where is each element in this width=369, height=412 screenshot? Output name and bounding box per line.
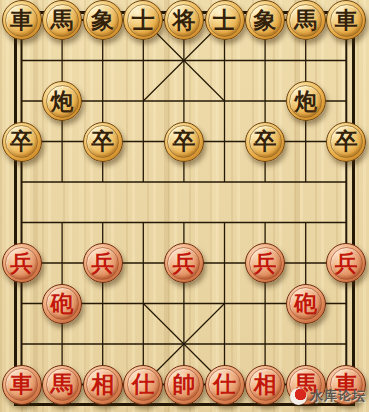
piece-glyph: 相 — [254, 373, 277, 396]
piece-glyph: 仕 — [213, 373, 236, 396]
pieces-layer: 車馬象士将士象馬車炮炮卒卒卒卒卒兵兵兵兵兵砲砲車馬相仕帥仕相馬車 — [0, 0, 369, 412]
forum-logo-icon — [290, 388, 307, 405]
piece-red-cannon[interactable]: 砲 — [286, 284, 326, 324]
piece-black-advisor[interactable]: 士 — [205, 0, 245, 40]
piece-glyph: 砲 — [294, 292, 317, 315]
piece-black-general[interactable]: 将 — [164, 0, 204, 40]
piece-glyph: 兵 — [91, 251, 114, 274]
piece-glyph: 兵 — [254, 251, 277, 274]
piece-black-horse[interactable]: 馬 — [42, 0, 82, 40]
piece-red-elephant[interactable]: 相 — [83, 365, 123, 405]
piece-glyph: 砲 — [51, 292, 74, 315]
piece-black-soldier[interactable]: 卒 — [83, 122, 123, 162]
piece-glyph: 炮 — [51, 89, 74, 112]
piece-glyph: 車 — [10, 373, 33, 396]
piece-black-elephant[interactable]: 象 — [245, 0, 285, 40]
piece-glyph: 士 — [132, 8, 155, 31]
piece-black-soldier[interactable]: 卒 — [2, 122, 42, 162]
piece-glyph: 卒 — [335, 130, 358, 153]
piece-black-cannon[interactable]: 炮 — [286, 81, 326, 121]
piece-glyph: 兵 — [10, 251, 33, 274]
watermark: 水库论坛 — [290, 387, 366, 405]
piece-black-soldier[interactable]: 卒 — [164, 122, 204, 162]
piece-black-horse[interactable]: 馬 — [286, 0, 326, 40]
piece-red-horse[interactable]: 馬 — [42, 365, 82, 405]
piece-glyph: 馬 — [51, 8, 74, 31]
piece-glyph: 士 — [213, 8, 236, 31]
piece-red-chariot[interactable]: 車 — [2, 365, 42, 405]
piece-red-soldier[interactable]: 兵 — [245, 243, 285, 283]
piece-black-soldier[interactable]: 卒 — [326, 122, 366, 162]
piece-glyph: 帥 — [172, 373, 195, 396]
piece-glyph: 馬 — [51, 373, 74, 396]
piece-black-chariot[interactable]: 車 — [326, 0, 366, 40]
piece-glyph: 車 — [10, 8, 33, 31]
piece-glyph: 兵 — [335, 251, 358, 274]
piece-red-elephant[interactable]: 相 — [245, 365, 285, 405]
piece-red-advisor[interactable]: 仕 — [123, 365, 163, 405]
piece-black-cannon[interactable]: 炮 — [42, 81, 82, 121]
piece-glyph: 馬 — [294, 8, 317, 31]
piece-black-elephant[interactable]: 象 — [83, 0, 123, 40]
piece-red-cannon[interactable]: 砲 — [42, 284, 82, 324]
piece-glyph: 仕 — [132, 373, 155, 396]
xiangqi-board: 車馬象士将士象馬車炮炮卒卒卒卒卒兵兵兵兵兵砲砲車馬相仕帥仕相馬車 水库论坛 — [0, 0, 369, 412]
piece-glyph: 卒 — [10, 130, 33, 153]
piece-glyph: 卒 — [254, 130, 277, 153]
piece-red-soldier[interactable]: 兵 — [326, 243, 366, 283]
piece-glyph: 象 — [254, 8, 277, 31]
piece-black-advisor[interactable]: 士 — [123, 0, 163, 40]
watermark-text: 水库论坛 — [310, 387, 366, 405]
piece-black-chariot[interactable]: 車 — [2, 0, 42, 40]
piece-red-soldier[interactable]: 兵 — [2, 243, 42, 283]
piece-red-soldier[interactable]: 兵 — [164, 243, 204, 283]
piece-black-soldier[interactable]: 卒 — [245, 122, 285, 162]
piece-red-soldier[interactable]: 兵 — [83, 243, 123, 283]
piece-glyph: 卒 — [91, 130, 114, 153]
piece-glyph: 車 — [335, 8, 358, 31]
piece-glyph: 炮 — [294, 89, 317, 112]
piece-glyph: 相 — [91, 373, 114, 396]
piece-glyph: 象 — [91, 8, 114, 31]
piece-glyph: 卒 — [172, 130, 195, 153]
piece-red-general[interactable]: 帥 — [164, 365, 204, 405]
piece-red-advisor[interactable]: 仕 — [205, 365, 245, 405]
piece-glyph: 将 — [172, 8, 195, 31]
piece-glyph: 兵 — [172, 251, 195, 274]
